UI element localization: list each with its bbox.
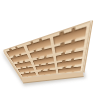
slot-r5-c1-empty[interactable] — [21, 72, 37, 77]
slot-finger-notch-top-1 — [60, 31, 64, 36]
slot-finger-notch-top-2 — [23, 61, 26, 63]
slot-r5-c3-empty[interactable] — [58, 66, 81, 73]
slot-finger-notch-top-2 — [72, 27, 76, 33]
slot-finger-notch-bottom-2 — [49, 73, 52, 75]
slot-finger-notch-bottom-1 — [64, 71, 67, 73]
slot-finger-notch-top-1 — [39, 64, 42, 66]
slot-finger-notch-top-2 — [71, 40, 75, 45]
slot-finger-notch-top-2 — [29, 72, 32, 74]
slot-finger-notch-top-2 — [47, 69, 50, 71]
slot-finger-notch-top-2 — [46, 63, 49, 65]
slot-finger-notch-bottom-2 — [31, 75, 33, 77]
slot-finger-notch-top-1 — [20, 68, 23, 70]
slot-finger-notch-top-1 — [34, 50, 37, 53]
slot-finger-notch-bottom-1 — [43, 74, 46, 76]
slot-finger-notch-top-2 — [19, 54, 22, 57]
slot-finger-notch-top-1 — [61, 43, 65, 47]
slot-finger-notch-top-2 — [71, 50, 75, 54]
slot-finger-notch-top-1 — [30, 41, 34, 45]
slot-finger-notch-top-1 — [62, 60, 65, 63]
slot-finger-notch-top-1 — [17, 62, 20, 64]
slot-finger-notch-bottom-1 — [26, 76, 28, 78]
slot-finger-notch-top-2 — [26, 67, 29, 69]
slot-finger-notch-top-1 — [62, 52, 65, 55]
slot-finger-notch-top-1 — [9, 48, 12, 51]
slot-finger-notch-top-2 — [71, 59, 74, 62]
slot-finger-notch-top-2 — [71, 66, 74, 69]
slot-finger-notch-top-2 — [44, 56, 47, 59]
slot-finger-notch-top-2 — [39, 38, 43, 42]
slot-finger-notch-top-1 — [41, 70, 44, 72]
slot-finger-notch-top-1 — [13, 56, 16, 59]
product-photo-scene — [0, 0, 98, 98]
slot-finger-notch-top-1 — [36, 58, 39, 61]
slot-finger-notch-top-1 — [63, 67, 66, 69]
slot-r5-c2-empty[interactable] — [37, 69, 56, 75]
slot-finger-notch-top-2 — [15, 46, 19, 49]
slot-finger-notch-bottom-2 — [72, 70, 75, 72]
slot-finger-notch-top-2 — [41, 48, 44, 52]
slot-finger-notch-top-1 — [23, 72, 26, 74]
